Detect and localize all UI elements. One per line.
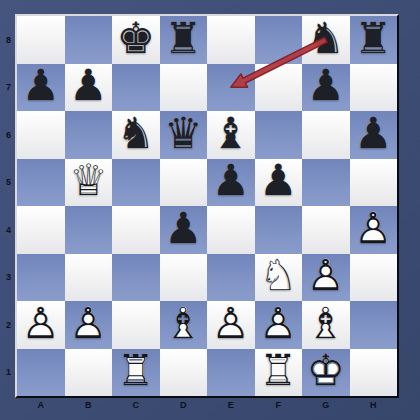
square-b1[interactable] (65, 349, 113, 397)
file-labels: ABCDEFGH (17, 396, 397, 420)
piece-black-pawn-g7[interactable]: ♟ (302, 64, 350, 112)
pawn-outline-icon: ♙ (65, 302, 113, 345)
square-b6[interactable] (65, 111, 113, 159)
king-icon: ♚ (112, 17, 160, 60)
pawn-outline-icon: ♙ (302, 254, 350, 297)
square-a3[interactable] (17, 254, 65, 302)
file-label-b: B (65, 396, 113, 420)
square-a6[interactable] (17, 111, 65, 159)
square-g1[interactable]: ♚♔ (302, 349, 350, 397)
queen-outline-icon: ♕ (65, 159, 113, 202)
square-a7[interactable]: ♟ (17, 64, 65, 112)
square-g5[interactable] (302, 159, 350, 207)
square-d1[interactable] (160, 349, 208, 397)
square-e8[interactable] (207, 16, 255, 64)
square-h6[interactable]: ♟ (350, 111, 398, 159)
square-c4[interactable] (112, 206, 160, 254)
square-h5[interactable] (350, 159, 398, 207)
square-b8[interactable] (65, 16, 113, 64)
file-label-a: A (17, 396, 65, 420)
king-outline-icon: ♔ (302, 349, 350, 392)
piece-black-pawn-b7[interactable]: ♟ (65, 64, 113, 112)
piece-black-rook-d8[interactable]: ♜ (160, 16, 208, 64)
piece-white-rook-c1[interactable]: ♜♖ (112, 349, 160, 397)
square-f5[interactable]: ♟ (255, 159, 303, 207)
bishop-icon: ♝ (207, 112, 255, 155)
chess-board: ♚♜♞♜♟♟♟♞♛♝♟♛♕♟♟♟♟♙♞♘♟♙♟♙♟♙♝♗♟♙♟♙♝♗♜♖♜♖♚♔ (15, 14, 399, 398)
square-h2[interactable] (350, 301, 398, 349)
piece-black-queen-d6[interactable]: ♛ (160, 111, 208, 159)
pawn-outline-icon: ♙ (350, 207, 398, 250)
square-b7[interactable]: ♟ (65, 64, 113, 112)
pawn-outline-icon: ♙ (207, 302, 255, 345)
piece-white-bishop-g2[interactable]: ♝♗ (302, 301, 350, 349)
pawn-icon: ♟ (302, 64, 350, 107)
square-d7[interactable] (160, 64, 208, 112)
square-h1[interactable] (350, 349, 398, 397)
square-c5[interactable] (112, 159, 160, 207)
file-label-g: G (302, 396, 350, 420)
square-h7[interactable] (350, 64, 398, 112)
square-g7[interactable]: ♟ (302, 64, 350, 112)
square-h4[interactable]: ♟♙ (350, 206, 398, 254)
piece-black-pawn-a7[interactable]: ♟ (17, 64, 65, 112)
pawn-icon: ♟ (255, 159, 303, 202)
square-d6[interactable]: ♛ (160, 111, 208, 159)
square-d4[interactable]: ♟ (160, 206, 208, 254)
piece-white-bishop-d2[interactable]: ♝♗ (160, 301, 208, 349)
square-g4[interactable] (302, 206, 350, 254)
square-c1[interactable]: ♜♖ (112, 349, 160, 397)
piece-black-knight-c6[interactable]: ♞ (112, 111, 160, 159)
square-g6[interactable] (302, 111, 350, 159)
piece-white-rook-f1[interactable]: ♜♖ (255, 349, 303, 397)
pawn-icon: ♟ (350, 112, 398, 155)
square-c3[interactable] (112, 254, 160, 302)
piece-white-king-g1[interactable]: ♚♔ (302, 349, 350, 397)
piece-white-pawn-e2[interactable]: ♟♙ (207, 301, 255, 349)
square-f2[interactable]: ♟♙ (255, 301, 303, 349)
piece-white-knight-f3[interactable]: ♞♘ (255, 254, 303, 302)
square-d2[interactable]: ♝♗ (160, 301, 208, 349)
square-f7[interactable] (255, 64, 303, 112)
file-label-f: F (255, 396, 303, 420)
piece-white-pawn-h4[interactable]: ♟♙ (350, 206, 398, 254)
square-a8[interactable] (17, 16, 65, 64)
square-c6[interactable]: ♞ (112, 111, 160, 159)
pawn-outline-icon: ♙ (17, 302, 65, 345)
piece-black-pawn-f5[interactable]: ♟ (255, 159, 303, 207)
piece-white-pawn-b2[interactable]: ♟♙ (65, 301, 113, 349)
square-f3[interactable]: ♞♘ (255, 254, 303, 302)
piece-black-king-c8[interactable]: ♚ (112, 16, 160, 64)
chess-app-window: 87654321 ABCDEFGH ♚♜♞♜♟♟♟♞♛♝♟♛♕♟♟♟♟♙♞♘♟♙… (0, 0, 420, 420)
square-e3[interactable] (207, 254, 255, 302)
piece-white-pawn-a2[interactable]: ♟♙ (17, 301, 65, 349)
piece-white-pawn-g3[interactable]: ♟♙ (302, 254, 350, 302)
square-e5[interactable]: ♟ (207, 159, 255, 207)
square-g2[interactable]: ♝♗ (302, 301, 350, 349)
rook-outline-icon: ♖ (255, 349, 303, 392)
bishop-outline-icon: ♗ (302, 302, 350, 345)
pawn-icon: ♟ (207, 159, 255, 202)
square-b4[interactable] (65, 206, 113, 254)
square-e4[interactable] (207, 206, 255, 254)
square-g3[interactable]: ♟♙ (302, 254, 350, 302)
square-e2[interactable]: ♟♙ (207, 301, 255, 349)
piece-black-pawn-h6[interactable]: ♟ (350, 111, 398, 159)
square-f6[interactable] (255, 111, 303, 159)
file-label-e: E (207, 396, 255, 420)
square-d3[interactable] (160, 254, 208, 302)
piece-black-pawn-d4[interactable]: ♟ (160, 206, 208, 254)
file-label-h: H (350, 396, 398, 420)
rook-icon: ♜ (160, 17, 208, 60)
square-a4[interactable] (17, 206, 65, 254)
square-f1[interactable]: ♜♖ (255, 349, 303, 397)
pawn-icon: ♟ (160, 207, 208, 250)
piece-black-knight-g8[interactable]: ♞ (302, 16, 350, 64)
piece-white-queen-b5[interactable]: ♛♕ (65, 159, 113, 207)
square-g8[interactable]: ♞ (302, 16, 350, 64)
square-c8[interactable]: ♚ (112, 16, 160, 64)
file-label-d: D (160, 396, 208, 420)
square-a1[interactable] (17, 349, 65, 397)
square-b2[interactable]: ♟♙ (65, 301, 113, 349)
square-d5[interactable] (160, 159, 208, 207)
square-b3[interactable] (65, 254, 113, 302)
piece-white-pawn-f2[interactable]: ♟♙ (255, 301, 303, 349)
pawn-icon: ♟ (65, 64, 113, 107)
square-b5[interactable]: ♛♕ (65, 159, 113, 207)
square-a2[interactable]: ♟♙ (17, 301, 65, 349)
knight-outline-icon: ♘ (255, 254, 303, 297)
pawn-icon: ♟ (17, 64, 65, 107)
square-e1[interactable] (207, 349, 255, 397)
square-d8[interactable]: ♜ (160, 16, 208, 64)
queen-icon: ♛ (160, 112, 208, 155)
piece-black-bishop-e6[interactable]: ♝ (207, 111, 255, 159)
pawn-outline-icon: ♙ (255, 302, 303, 345)
knight-icon: ♞ (112, 112, 160, 155)
square-f8[interactable] (255, 16, 303, 64)
square-e7[interactable] (207, 64, 255, 112)
square-h8[interactable]: ♜ (350, 16, 398, 64)
knight-icon: ♞ (302, 17, 350, 60)
file-label-c: C (112, 396, 160, 420)
square-c2[interactable] (112, 301, 160, 349)
square-e6[interactable]: ♝ (207, 111, 255, 159)
square-f4[interactable] (255, 206, 303, 254)
square-c7[interactable] (112, 64, 160, 112)
piece-black-pawn-e5[interactable]: ♟ (207, 159, 255, 207)
square-h3[interactable] (350, 254, 398, 302)
rook-outline-icon: ♖ (112, 349, 160, 392)
square-a5[interactable] (17, 159, 65, 207)
piece-black-rook-h8[interactable]: ♜ (350, 16, 398, 64)
bishop-outline-icon: ♗ (160, 302, 208, 345)
rook-icon: ♜ (350, 17, 398, 60)
